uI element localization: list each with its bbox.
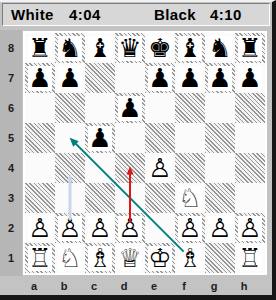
- piece-wK-e1[interactable]: ♔: [148, 246, 172, 271]
- piece-wQ-d1[interactable]: ♕: [118, 246, 142, 271]
- square-d8[interactable]: ♛: [115, 33, 145, 63]
- square-f6[interactable]: [175, 93, 205, 123]
- piece-wB-c1[interactable]: ♗: [88, 246, 112, 271]
- piece-bP-e7[interactable]: ♟: [148, 66, 172, 91]
- square-g2[interactable]: ♙: [205, 213, 235, 243]
- square-g3[interactable]: [205, 183, 235, 213]
- square-c2[interactable]: ♙: [85, 213, 115, 243]
- square-d2[interactable]: ♙: [115, 213, 145, 243]
- rank-label-5: 5: [0, 123, 22, 153]
- square-e8[interactable]: ♚: [145, 33, 175, 63]
- square-a2[interactable]: ♙: [25, 213, 55, 243]
- square-a5[interactable]: [25, 123, 55, 153]
- piece-bP-b7[interactable]: ♟: [58, 66, 82, 91]
- piece-bP-c5[interactable]: ♟: [88, 126, 112, 151]
- piece-bP-g7[interactable]: ♟: [208, 66, 232, 91]
- square-f5[interactable]: [175, 123, 205, 153]
- piece-bN-b8[interactable]: ♞: [58, 36, 82, 61]
- square-e5[interactable]: [145, 123, 175, 153]
- square-h1[interactable]: ♖: [235, 243, 265, 273]
- square-h5[interactable]: [235, 123, 265, 153]
- square-c4[interactable]: [85, 153, 115, 183]
- file-label-b: b: [49, 278, 79, 294]
- square-b7[interactable]: ♟: [55, 63, 85, 93]
- square-g4[interactable]: [205, 153, 235, 183]
- piece-bP-f7[interactable]: ♟: [178, 66, 202, 91]
- white-clock-label: White: [11, 5, 54, 24]
- square-a6[interactable]: [25, 93, 55, 123]
- square-e7[interactable]: ♟: [145, 63, 175, 93]
- square-b4[interactable]: [55, 153, 85, 183]
- piece-wN-f3[interactable]: ♘: [178, 186, 202, 211]
- piece-wB-f1[interactable]: ♗: [178, 246, 202, 271]
- square-c5[interactable]: ♟: [85, 123, 115, 153]
- square-c7[interactable]: [85, 63, 115, 93]
- square-e6[interactable]: [145, 93, 175, 123]
- square-a1[interactable]: ♖: [25, 243, 55, 273]
- piece-bP-h7[interactable]: ♟: [238, 66, 262, 91]
- square-d7[interactable]: [115, 63, 145, 93]
- white-clock-time: 4:04: [69, 5, 101, 24]
- rank-label-1: 1: [0, 243, 22, 273]
- square-g8[interactable]: ♞: [205, 33, 235, 63]
- piece-wP-h2[interactable]: ♙: [238, 216, 262, 241]
- file-label-c: c: [79, 278, 109, 294]
- square-h4[interactable]: [235, 153, 265, 183]
- rank-label-2: 2: [0, 213, 22, 243]
- black-clock-time: 4:10: [210, 5, 242, 24]
- piece-wR-h1[interactable]: ♖: [238, 246, 262, 271]
- square-a7[interactable]: ♟: [25, 63, 55, 93]
- piece-wP-g2[interactable]: ♙: [208, 216, 232, 241]
- square-a4[interactable]: [25, 153, 55, 183]
- square-h7[interactable]: ♟: [235, 63, 265, 93]
- piece-bP-a7[interactable]: ♟: [28, 66, 52, 91]
- board-frame: ♜♞♝♛♚♝♞♜♟♟♟♟♟♟♟♟♙♘♙♙♙♙♙♙♙♖♘♗♕♔♗♖: [23, 31, 267, 275]
- rank-label-6: 6: [0, 93, 22, 123]
- piece-bB-f8[interactable]: ♝: [178, 36, 202, 61]
- square-f7[interactable]: ♟: [175, 63, 205, 93]
- square-e3[interactable]: [145, 183, 175, 213]
- square-d4[interactable]: [115, 153, 145, 183]
- square-f4[interactable]: [175, 153, 205, 183]
- square-d3[interactable]: [115, 183, 145, 213]
- piece-wR-a1[interactable]: ♖: [28, 246, 52, 271]
- piece-wP-b2[interactable]: ♙: [58, 216, 82, 241]
- square-a8[interactable]: ♜: [25, 33, 55, 63]
- square-f3[interactable]: ♘: [175, 183, 205, 213]
- chess-app-window: White 4:04 Black 4:10 87654321 ♜♞♝♛♚♝♞♜♟…: [0, 0, 276, 300]
- square-b1[interactable]: ♘: [55, 243, 85, 273]
- file-label-a: a: [19, 278, 49, 294]
- square-e4[interactable]: ♙: [145, 153, 175, 183]
- chess-board[interactable]: ♜♞♝♛♚♝♞♜♟♟♟♟♟♟♟♟♙♘♙♙♙♙♙♙♙♖♘♗♕♔♗♖: [25, 33, 265, 273]
- rank-label-4: 4: [0, 153, 22, 183]
- square-h8[interactable]: ♜: [235, 33, 265, 63]
- square-f8[interactable]: ♝: [175, 33, 205, 63]
- piece-wP-d2[interactable]: ♙: [118, 216, 142, 241]
- square-f1[interactable]: ♗: [175, 243, 205, 273]
- file-label-e: e: [139, 278, 169, 294]
- piece-wP-c2[interactable]: ♙: [88, 216, 112, 241]
- square-b5[interactable]: [55, 123, 85, 153]
- square-e2[interactable]: [145, 213, 175, 243]
- square-b2[interactable]: ♙: [55, 213, 85, 243]
- square-h3[interactable]: [235, 183, 265, 213]
- black-clock-label: Black: [154, 5, 196, 24]
- square-g6[interactable]: [205, 93, 235, 123]
- file-label-f: f: [169, 278, 199, 294]
- square-b3[interactable]: [55, 183, 85, 213]
- clock-bar: White 4:04 Black 4:10: [2, 3, 270, 26]
- file-labels: abcdefgh: [19, 278, 259, 294]
- square-g1[interactable]: [205, 243, 235, 273]
- square-c3[interactable]: [85, 183, 115, 213]
- piece-bK-e8[interactable]: ♚: [148, 36, 172, 61]
- square-c1[interactable]: ♗: [85, 243, 115, 273]
- square-d6[interactable]: ♟: [115, 93, 145, 123]
- file-label-d: d: [109, 278, 139, 294]
- piece-bB-c8[interactable]: ♝: [88, 36, 112, 61]
- file-label-h: h: [229, 278, 259, 294]
- square-d1[interactable]: ♕: [115, 243, 145, 273]
- piece-bR-h8[interactable]: ♜: [238, 36, 262, 61]
- piece-wN-b1[interactable]: ♘: [58, 246, 82, 271]
- square-f2[interactable]: ♙: [175, 213, 205, 243]
- piece-wP-f2[interactable]: ♙: [178, 216, 202, 241]
- rank-labels: 87654321: [0, 30, 22, 276]
- file-label-g: g: [199, 278, 229, 294]
- rank-label-7: 7: [0, 63, 22, 93]
- square-b6[interactable]: [55, 93, 85, 123]
- square-c6[interactable]: [85, 93, 115, 123]
- square-h6[interactable]: [235, 93, 265, 123]
- piece-bN-g8[interactable]: ♞: [208, 36, 232, 61]
- rank-label-3: 3: [0, 183, 22, 213]
- square-h2[interactable]: ♙: [235, 213, 265, 243]
- rank-label-8: 8: [0, 33, 22, 63]
- piece-bQ-d8[interactable]: ♛: [118, 36, 142, 61]
- piece-bR-a8[interactable]: ♜: [28, 36, 52, 61]
- square-g5[interactable]: [205, 123, 235, 153]
- piece-wP-a2[interactable]: ♙: [28, 216, 52, 241]
- square-c8[interactable]: ♝: [85, 33, 115, 63]
- square-b8[interactable]: ♞: [55, 33, 85, 63]
- square-g7[interactable]: ♟: [205, 63, 235, 93]
- square-e1[interactable]: ♔: [145, 243, 175, 273]
- square-d5[interactable]: [115, 123, 145, 153]
- square-a3[interactable]: [25, 183, 55, 213]
- piece-bP-d6[interactable]: ♟: [118, 96, 142, 121]
- piece-wP-e4[interactable]: ♙: [148, 156, 172, 181]
